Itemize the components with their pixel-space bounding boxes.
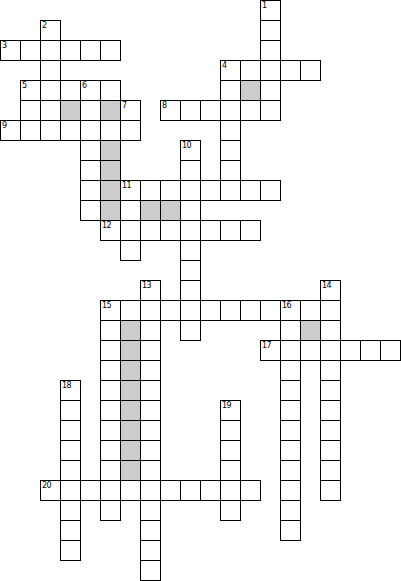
cell-c9-r15[interactable] [180,300,201,321]
cell-c2-r24[interactable]: 20 [40,480,61,501]
cell-c11-r25[interactable] [220,500,241,521]
cell-c0-r6[interactable]: 9 [0,120,21,141]
clue-number-3: 3 [2,41,7,50]
cell-c3-r27[interactable] [60,540,81,561]
cell-c10-r5[interactable] [200,100,221,121]
cell-c6-r17-shaded[interactable] [120,340,141,361]
cell-c1-r2[interactable] [20,40,41,61]
cell-c11-r21[interactable] [220,420,241,441]
cell-c10-r11[interactable] [200,220,221,241]
cell-c4-r4[interactable]: 6 [80,80,101,101]
cell-c7-r22[interactable] [140,440,161,461]
cell-c6-r21-shaded[interactable] [120,420,141,441]
clue-number-13: 13 [142,281,151,290]
cell-c5-r9-shaded[interactable] [100,180,121,201]
cell-c9-r16[interactable] [180,320,201,341]
cell-c15-r17[interactable] [300,340,321,361]
cell-c7-r14[interactable]: 13 [140,280,161,301]
cell-c4-r5[interactable] [80,100,101,121]
cell-c1-r5[interactable] [20,100,41,121]
cell-c7-r28[interactable] [140,560,161,581]
cell-c10-r15[interactable] [200,300,221,321]
cell-c14-r3[interactable] [280,60,301,81]
cell-c11-r22[interactable] [220,440,241,461]
cell-c6-r18-shaded[interactable] [120,360,141,381]
cell-c5-r16[interactable] [100,320,121,341]
cell-c11-r6[interactable] [220,120,241,141]
cell-c5-r25[interactable] [100,500,121,521]
cell-c14-r18[interactable] [280,360,301,381]
cell-c14-r26[interactable] [280,520,301,541]
cell-c8-r10-shaded[interactable] [160,200,181,221]
cell-c8-r11[interactable] [160,220,181,241]
cell-c11-r3[interactable]: 4 [220,60,241,81]
cell-c14-r25[interactable] [280,500,301,521]
cell-c14-r22[interactable] [280,440,301,461]
cell-c16-r14[interactable]: 14 [320,280,341,301]
cell-c5-r7-shaded[interactable] [100,140,121,161]
cell-c2-r3[interactable] [40,60,61,81]
clue-number-17: 17 [262,341,271,350]
cell-c4-r10[interactable] [80,200,101,221]
cell-c5-r24[interactable] [100,480,121,501]
cell-c14-r23[interactable] [280,460,301,481]
cell-c14-r24[interactable] [280,480,301,501]
cell-c6-r23-shaded[interactable] [120,460,141,481]
cell-c12-r11[interactable] [240,220,261,241]
cell-c7-r11[interactable] [140,220,161,241]
cell-c6-r12[interactable] [120,240,141,261]
cell-c9-r10[interactable] [180,200,201,221]
clue-number-12: 12 [102,221,111,230]
cell-c5-r11[interactable]: 12 [100,220,121,241]
cell-c1-r4[interactable]: 5 [20,80,41,101]
cell-c15-r3[interactable] [300,60,321,81]
cell-c3-r26[interactable] [60,520,81,541]
cell-c7-r18[interactable] [140,360,161,381]
cell-c14-r21[interactable] [280,420,301,441]
cell-c5-r15[interactable]: 15 [100,300,121,321]
cell-c5-r18[interactable] [100,360,121,381]
cell-c6-r16-shaded[interactable] [120,320,141,341]
clue-number-14: 14 [322,281,331,290]
cell-c5-r8-shaded[interactable] [100,160,121,181]
cell-c2-r2[interactable] [40,40,61,61]
cell-c11-r4[interactable] [220,80,241,101]
cell-c5-r10-shaded[interactable] [100,200,121,221]
clue-number-1: 1 [262,1,267,10]
cell-c13-r1[interactable] [260,20,281,41]
cell-c7-r21[interactable] [140,420,161,441]
clue-number-5: 5 [22,81,27,90]
cell-c13-r2[interactable] [260,40,281,61]
cell-c13-r4[interactable] [260,80,281,101]
cell-c5-r21[interactable] [100,420,121,441]
cell-c4-r7[interactable] [80,140,101,161]
cell-c4-r24[interactable] [80,480,101,501]
cell-c13-r3[interactable] [260,60,281,81]
cell-c11-r15[interactable] [220,300,241,321]
cell-c12-r3[interactable] [240,60,261,81]
clue-number-16: 16 [282,301,291,310]
cell-c11-r20[interactable]: 19 [220,400,241,421]
cell-c16-r24[interactable] [320,480,341,501]
cell-c9-r12[interactable] [180,240,201,261]
cell-c5-r20[interactable] [100,400,121,421]
cell-c3-r23[interactable] [60,460,81,481]
cell-c13-r15[interactable] [260,300,281,321]
cell-c6-r19-shaded[interactable] [120,380,141,401]
clue-number-7: 7 [122,101,127,110]
cell-c5-r22[interactable] [100,440,121,461]
cell-c6-r5[interactable]: 7 [120,100,141,121]
cell-c6-r11[interactable] [120,220,141,241]
cell-c7-r23[interactable] [140,460,161,481]
cell-c11-r8[interactable] [220,160,241,181]
clue-number-11: 11 [122,181,131,190]
cell-c8-r5[interactable]: 8 [160,100,181,121]
cell-c7-r26[interactable] [140,520,161,541]
cell-c9-r8[interactable] [180,160,201,181]
cell-c5-r5-shaded[interactable] [100,100,121,121]
cell-c7-r19[interactable] [140,380,161,401]
cell-c7-r25[interactable] [140,500,161,521]
cell-c15-r16-shaded[interactable] [300,320,321,341]
cell-c3-r5-shaded[interactable] [60,100,81,121]
cell-c16-r16[interactable] [320,320,341,341]
cell-c5-r4[interactable] [100,80,121,101]
clue-number-2: 2 [42,21,47,30]
cell-c14-r16[interactable] [280,320,301,341]
cell-c12-r9[interactable] [240,180,261,201]
cell-c9-r5[interactable] [180,100,201,121]
cell-c12-r5[interactable] [240,100,261,121]
cell-c6-r22-shaded[interactable] [120,440,141,461]
cell-c7-r10-shaded[interactable] [140,200,161,221]
cell-c12-r15[interactable] [240,300,261,321]
cell-c4-r8[interactable] [80,160,101,181]
cell-c7-r20[interactable] [140,400,161,421]
cell-c11-r5[interactable] [220,100,241,121]
cell-c14-r20[interactable] [280,400,301,421]
cell-c5-r23[interactable] [100,460,121,481]
crossword-board: 1234567891011121314151617181920 [0,0,401,581]
cell-c2-r4[interactable] [40,80,61,101]
cell-c5-r2[interactable] [100,40,121,61]
cell-c10-r9[interactable] [200,180,221,201]
cell-c7-r24[interactable] [140,480,161,501]
cell-c9-r7[interactable]: 10 [180,140,201,161]
cell-c4-r2[interactable] [80,40,101,61]
cell-c9-r14[interactable] [180,280,201,301]
cell-c19-r17[interactable] [380,340,401,361]
cell-c14-r15[interactable]: 16 [280,300,301,321]
cell-c6-r10[interactable] [120,200,141,221]
cell-c6-r20-shaded[interactable] [120,400,141,421]
clue-number-15: 15 [102,301,111,310]
clue-number-4: 4 [222,61,227,70]
cell-c3-r6[interactable] [60,120,81,141]
clue-number-6: 6 [82,81,87,90]
cell-c2-r1[interactable]: 2 [40,20,61,41]
cell-c16-r18[interactable] [320,360,341,381]
cell-c7-r17[interactable] [140,340,161,361]
cell-c7-r27[interactable] [140,540,161,561]
cell-c12-r4-shaded[interactable] [240,80,261,101]
cell-c8-r15[interactable] [160,300,181,321]
cell-c2-r5[interactable] [40,100,61,121]
cell-c0-r2[interactable]: 3 [0,40,21,61]
cell-c2-r6[interactable] [40,120,61,141]
cell-c9-r11[interactable] [180,220,201,241]
cell-c11-r9[interactable] [220,180,241,201]
cell-c3-r21[interactable] [60,420,81,441]
cell-c12-r24[interactable] [240,480,261,501]
clue-number-10: 10 [182,141,191,150]
cell-c10-r24[interactable] [200,480,221,501]
cell-c13-r17[interactable]: 17 [260,340,281,361]
cell-c11-r11[interactable] [220,220,241,241]
cell-c3-r19[interactable]: 18 [60,380,81,401]
cell-c13-r5[interactable] [260,100,281,121]
cell-c6-r15[interactable] [120,300,141,321]
cell-c11-r24[interactable] [220,480,241,501]
clue-number-20: 20 [42,481,51,490]
cell-c15-r15[interactable] [300,300,321,321]
clue-number-19: 19 [222,401,231,410]
cell-c7-r16[interactable] [140,320,161,341]
cell-c13-r9[interactable] [260,180,281,201]
cell-c14-r19[interactable] [280,380,301,401]
cell-c13-r0[interactable]: 1 [260,0,281,21]
cell-c9-r13[interactable] [180,260,201,281]
cell-c14-r17[interactable] [280,340,301,361]
cell-c3-r22[interactable] [60,440,81,461]
clue-number-8: 8 [162,101,167,110]
cell-c16-r21[interactable] [320,420,341,441]
cell-c3-r4[interactable] [60,80,81,101]
cell-c3-r2[interactable] [60,40,81,61]
cell-c6-r24[interactable] [120,480,141,501]
cell-c9-r9[interactable] [180,180,201,201]
cell-c1-r6[interactable] [20,120,41,141]
cell-c16-r23[interactable] [320,460,341,481]
cell-c7-r9[interactable] [140,180,161,201]
cell-c4-r6[interactable] [80,120,101,141]
cell-c6-r9[interactable]: 11 [120,180,141,201]
cell-c16-r19[interactable] [320,380,341,401]
cell-c11-r7[interactable] [220,140,241,161]
cell-c18-r17[interactable] [360,340,381,361]
cell-c6-r6[interactable] [120,120,141,141]
cell-c5-r17[interactable] [100,340,121,361]
cell-c3-r20[interactable] [60,400,81,421]
cell-c9-r24[interactable] [180,480,201,501]
cell-c16-r22[interactable] [320,440,341,461]
clue-number-9: 9 [2,121,7,130]
cell-c11-r23[interactable] [220,460,241,481]
cell-c16-r17[interactable] [320,340,341,361]
cell-c16-r15[interactable] [320,300,341,321]
cell-c3-r25[interactable] [60,500,81,521]
cell-c4-r9[interactable] [80,180,101,201]
cell-c8-r24[interactable] [160,480,181,501]
cell-c7-r15[interactable] [140,300,161,321]
cell-c5-r6[interactable] [100,120,121,141]
clue-number-18: 18 [62,381,71,390]
cell-c5-r19[interactable] [100,380,121,401]
cell-c16-r20[interactable] [320,400,341,421]
cell-c8-r9[interactable] [160,180,181,201]
cell-c3-r24[interactable] [60,480,81,501]
cell-c17-r17[interactable] [340,340,361,361]
